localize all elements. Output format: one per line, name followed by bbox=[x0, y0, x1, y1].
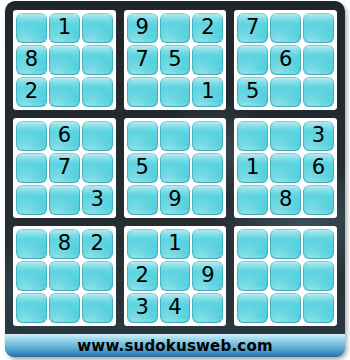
given-digit: 7 bbox=[58, 157, 71, 179]
given-digit: 1 bbox=[168, 233, 181, 255]
cell-r5c6[interactable] bbox=[192, 153, 223, 183]
sudoku-box-8: 12934 bbox=[124, 226, 227, 326]
cell-r2c6[interactable] bbox=[192, 45, 223, 75]
given-digit: 9 bbox=[168, 189, 181, 211]
cell-r1c7[interactable]: 7 bbox=[237, 13, 268, 43]
cell-r1c3[interactable] bbox=[82, 13, 113, 43]
cell-r3c2[interactable] bbox=[49, 77, 80, 107]
cell-r9c4[interactable]: 3 bbox=[127, 293, 158, 323]
cell-r9c2[interactable] bbox=[49, 293, 80, 323]
given-digit: 3 bbox=[135, 297, 148, 319]
cell-r4c4[interactable] bbox=[127, 121, 158, 151]
cell-r8c9[interactable] bbox=[303, 261, 334, 291]
cell-r3c8[interactable] bbox=[270, 77, 301, 107]
cell-r4c9[interactable]: 3 bbox=[303, 121, 334, 151]
cell-r6c4[interactable] bbox=[127, 185, 158, 215]
cell-r7c8[interactable] bbox=[270, 229, 301, 259]
cell-r2c3[interactable] bbox=[82, 45, 113, 75]
cell-r5c5[interactable] bbox=[160, 153, 191, 183]
cell-r8c1[interactable] bbox=[16, 261, 47, 291]
cell-r2c9[interactable] bbox=[303, 45, 334, 75]
cell-r1c6[interactable]: 2 bbox=[192, 13, 223, 43]
given-digit: 1 bbox=[246, 157, 259, 179]
cell-r1c2[interactable]: 1 bbox=[49, 13, 80, 43]
cell-r8c8[interactable] bbox=[270, 261, 301, 291]
given-digit: 8 bbox=[25, 49, 38, 71]
cell-r7c7[interactable] bbox=[237, 229, 268, 259]
cell-r1c5[interactable] bbox=[160, 13, 191, 43]
cell-r7c5[interactable]: 1 bbox=[160, 229, 191, 259]
cell-r6c2[interactable] bbox=[49, 185, 80, 215]
cell-r5c3[interactable] bbox=[82, 153, 113, 183]
sudoku-box-5: 59 bbox=[124, 118, 227, 218]
cell-r9c8[interactable] bbox=[270, 293, 301, 323]
cell-r3c5[interactable] bbox=[160, 77, 191, 107]
cell-r7c4[interactable] bbox=[127, 229, 158, 259]
cell-r2c8[interactable]: 6 bbox=[270, 45, 301, 75]
cell-r4c1[interactable] bbox=[16, 121, 47, 151]
cell-r6c1[interactable] bbox=[16, 185, 47, 215]
given-digit: 6 bbox=[312, 157, 325, 179]
sudoku-box-9 bbox=[234, 226, 337, 326]
cell-r2c7[interactable] bbox=[237, 45, 268, 75]
cell-r6c5[interactable]: 9 bbox=[160, 185, 191, 215]
cell-r6c7[interactable] bbox=[237, 185, 268, 215]
given-digit: 1 bbox=[58, 17, 71, 39]
sudoku-box-6: 3168 bbox=[234, 118, 337, 218]
cell-r5c4[interactable]: 5 bbox=[127, 153, 158, 183]
cell-r4c7[interactable] bbox=[237, 121, 268, 151]
given-digit: 3 bbox=[312, 125, 325, 147]
cell-r8c6[interactable]: 9 bbox=[192, 261, 223, 291]
given-digit: 2 bbox=[201, 17, 214, 39]
cell-r5c9[interactable]: 6 bbox=[303, 153, 334, 183]
given-digit: 3 bbox=[91, 189, 104, 211]
cell-r4c2[interactable]: 6 bbox=[49, 121, 80, 151]
given-digit: 5 bbox=[135, 157, 148, 179]
given-digit: 2 bbox=[25, 81, 38, 103]
cell-r5c2[interactable]: 7 bbox=[49, 153, 80, 183]
cell-r7c2[interactable]: 8 bbox=[49, 229, 80, 259]
cell-r2c4[interactable]: 7 bbox=[127, 45, 158, 75]
cell-r1c9[interactable] bbox=[303, 13, 334, 43]
sudoku-box-7: 82 bbox=[13, 226, 116, 326]
cell-r9c5[interactable]: 4 bbox=[160, 293, 191, 323]
given-digit: 9 bbox=[135, 17, 148, 39]
cell-r5c8[interactable] bbox=[270, 153, 301, 183]
cell-r8c5[interactable] bbox=[160, 261, 191, 291]
cell-r9c9[interactable] bbox=[303, 293, 334, 323]
cell-r2c2[interactable] bbox=[49, 45, 80, 75]
given-digit: 5 bbox=[246, 81, 259, 103]
given-digit: 7 bbox=[135, 49, 148, 71]
cell-r8c3[interactable] bbox=[82, 261, 113, 291]
cell-r9c3[interactable] bbox=[82, 293, 113, 323]
cell-r9c7[interactable] bbox=[237, 293, 268, 323]
sudoku-box-4: 673 bbox=[13, 118, 116, 218]
cell-r1c4[interactable]: 9 bbox=[127, 13, 158, 43]
sudoku-box-3: 765 bbox=[234, 10, 337, 110]
cell-r6c6[interactable] bbox=[192, 185, 223, 215]
given-digit: 1 bbox=[201, 81, 214, 103]
cell-r1c8[interactable] bbox=[270, 13, 301, 43]
cell-r8c7[interactable] bbox=[237, 261, 268, 291]
website-link[interactable]: www.sudokusweb.com bbox=[77, 337, 272, 355]
cell-r3c4[interactable] bbox=[127, 77, 158, 107]
given-digit: 7 bbox=[246, 17, 259, 39]
cell-r5c7[interactable]: 1 bbox=[237, 153, 268, 183]
sudoku-box-1: 182 bbox=[13, 10, 116, 110]
cell-r3c6[interactable]: 1 bbox=[192, 77, 223, 107]
cell-r7c6[interactable] bbox=[192, 229, 223, 259]
sudoku-board-frame: 182927517656735931688212934 www.sudokusw… bbox=[5, 1, 345, 357]
cell-r2c5[interactable]: 5 bbox=[160, 45, 191, 75]
given-digit: 5 bbox=[168, 49, 181, 71]
cell-r8c4[interactable]: 2 bbox=[127, 261, 158, 291]
cell-r5c1[interactable] bbox=[16, 153, 47, 183]
given-digit: 6 bbox=[58, 125, 71, 147]
cell-r9c1[interactable] bbox=[16, 293, 47, 323]
cell-r9c6[interactable] bbox=[192, 293, 223, 323]
cell-r6c9[interactable] bbox=[303, 185, 334, 215]
cell-r3c9[interactable] bbox=[303, 77, 334, 107]
cell-r4c6[interactable] bbox=[192, 121, 223, 151]
cell-r7c9[interactable] bbox=[303, 229, 334, 259]
given-digit: 4 bbox=[168, 297, 181, 319]
footer-bar: www.sudokusweb.com bbox=[5, 334, 345, 357]
sudoku-grid: 182927517656735931688212934 bbox=[13, 10, 337, 326]
given-digit: 2 bbox=[135, 265, 148, 287]
given-digit: 9 bbox=[201, 265, 214, 287]
cell-r3c7[interactable]: 5 bbox=[237, 77, 268, 107]
given-digit: 2 bbox=[91, 233, 104, 255]
cell-r3c1[interactable]: 2 bbox=[16, 77, 47, 107]
cell-r6c8[interactable]: 8 bbox=[270, 185, 301, 215]
given-digit: 8 bbox=[279, 189, 292, 211]
sudoku-box-2: 92751 bbox=[124, 10, 227, 110]
cell-r7c3[interactable]: 2 bbox=[82, 229, 113, 259]
cell-r6c3[interactable]: 3 bbox=[82, 185, 113, 215]
given-digit: 6 bbox=[279, 49, 292, 71]
given-digit: 8 bbox=[58, 233, 71, 255]
cell-r3c3[interactable] bbox=[82, 77, 113, 107]
cell-r1c1[interactable] bbox=[16, 13, 47, 43]
cell-r4c8[interactable] bbox=[270, 121, 301, 151]
cell-r2c1[interactable]: 8 bbox=[16, 45, 47, 75]
cell-r4c3[interactable] bbox=[82, 121, 113, 151]
cell-r7c1[interactable] bbox=[16, 229, 47, 259]
cell-r4c5[interactable] bbox=[160, 121, 191, 151]
cell-r8c2[interactable] bbox=[49, 261, 80, 291]
